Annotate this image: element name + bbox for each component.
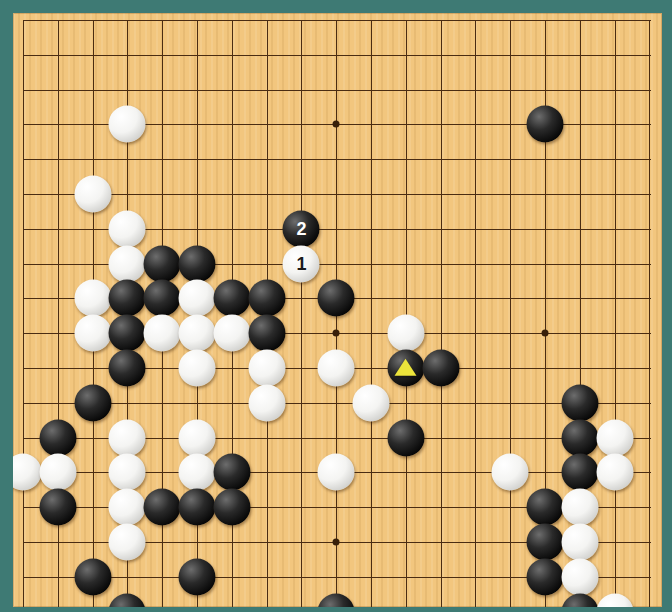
stone-black[interactable] (109, 315, 146, 352)
stone-white[interactable] (179, 454, 216, 491)
stone-black[interactable] (74, 384, 111, 421)
app-frame: 21 (0, 0, 672, 612)
stone-white[interactable] (318, 454, 355, 491)
stone-white[interactable] (144, 315, 181, 352)
star-point (542, 330, 549, 337)
stone-white[interactable] (74, 315, 111, 352)
star-point (333, 330, 340, 337)
stone-white[interactable] (109, 245, 146, 282)
stone-black[interactable] (109, 280, 146, 317)
stone-black[interactable] (387, 419, 424, 456)
stone-black[interactable] (179, 245, 216, 282)
stone-black[interactable] (179, 558, 216, 595)
stone-black[interactable] (527, 489, 564, 526)
stone-white[interactable] (109, 210, 146, 247)
move-number-label: 1 (296, 255, 306, 273)
stone-white[interactable] (596, 454, 633, 491)
stone-black[interactable] (248, 315, 285, 352)
stone-white[interactable] (179, 419, 216, 456)
stone-white[interactable] (248, 384, 285, 421)
stone-white[interactable] (387, 315, 424, 352)
stone-white[interactable] (492, 454, 529, 491)
stone-white[interactable] (179, 315, 216, 352)
go-board[interactable]: 21 (13, 13, 662, 607)
stone-white[interactable] (109, 106, 146, 143)
stone-white[interactable] (109, 454, 146, 491)
stone-white[interactable] (39, 454, 76, 491)
stone-black[interactable] (248, 280, 285, 317)
move-number-label: 2 (296, 220, 306, 238)
stone-white[interactable] (353, 384, 390, 421)
stone-black[interactable] (318, 280, 355, 317)
stone-black[interactable] (527, 106, 564, 143)
stone-white[interactable] (596, 419, 633, 456)
stone-white[interactable] (109, 489, 146, 526)
stone-black[interactable] (213, 454, 250, 491)
stone-black[interactable] (527, 524, 564, 561)
stone-white[interactable] (109, 419, 146, 456)
stone-black[interactable] (387, 350, 424, 387)
stone-white[interactable] (248, 350, 285, 387)
stone-white[interactable] (74, 176, 111, 213)
stone-black[interactable] (422, 350, 459, 387)
stone-black[interactable] (213, 280, 250, 317)
stone-black[interactable] (74, 558, 111, 595)
stone-white[interactable] (561, 558, 598, 595)
stone-black[interactable] (39, 489, 76, 526)
stone-black[interactable] (144, 489, 181, 526)
stone-black[interactable] (561, 419, 598, 456)
stone-black[interactable] (109, 350, 146, 387)
stone-black[interactable] (144, 245, 181, 282)
star-point (333, 539, 340, 546)
stone-white[interactable] (109, 524, 146, 561)
stone-black[interactable] (144, 280, 181, 317)
stone-black[interactable] (213, 489, 250, 526)
triangle-marker-icon (395, 358, 417, 375)
stone-black[interactable] (561, 454, 598, 491)
stone-white[interactable] (213, 315, 250, 352)
stone-white[interactable] (74, 280, 111, 317)
stone-black[interactable] (561, 384, 598, 421)
stone-white[interactable]: 1 (283, 245, 320, 282)
stone-black[interactable] (179, 489, 216, 526)
stone-black[interactable]: 2 (283, 210, 320, 247)
stone-black[interactable] (527, 558, 564, 595)
stone-white[interactable] (179, 280, 216, 317)
stone-white[interactable] (561, 524, 598, 561)
stone-white[interactable] (561, 489, 598, 526)
stone-black[interactable] (39, 419, 76, 456)
stone-white[interactable] (179, 350, 216, 387)
star-point (333, 121, 340, 128)
stone-white[interactable] (318, 350, 355, 387)
